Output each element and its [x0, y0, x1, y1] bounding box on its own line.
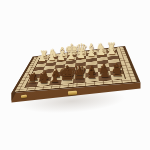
piece-white-pawn[interactable]: ♟ — [67, 51, 75, 60]
pieces-layer: ♜♞♝♚♛♝♞♜♟♟♟♟♟♟♟♟♟♟♟♟♟♟♟♟♜♞♝♚♛♝♞♜ — [0, 0, 150, 150]
chess-set-photo: ♜♞♝♚♛♝♞♜♟♟♟♟♟♟♟♟♟♟♟♟♟♟♟♟♜♞♝♚♛♝♞♜ — [0, 0, 150, 150]
piece-white-pawn[interactable]: ♟ — [57, 52, 65, 61]
piece-white-pawn[interactable]: ♟ — [77, 50, 86, 60]
piece-white-pawn[interactable]: ♟ — [97, 47, 106, 57]
piece-black-rook[interactable]: ♜ — [27, 73, 38, 86]
piece-white-pawn[interactable]: ♟ — [108, 46, 117, 56]
piece-white-pawn[interactable]: ♟ — [48, 53, 56, 62]
piece-black-rook[interactable]: ♜ — [111, 64, 124, 79]
piece-black-knight[interactable]: ♞ — [97, 64, 111, 80]
piece-white-pawn[interactable]: ♟ — [87, 48, 96, 58]
piece-white-pawn[interactable]: ♟ — [39, 54, 47, 63]
